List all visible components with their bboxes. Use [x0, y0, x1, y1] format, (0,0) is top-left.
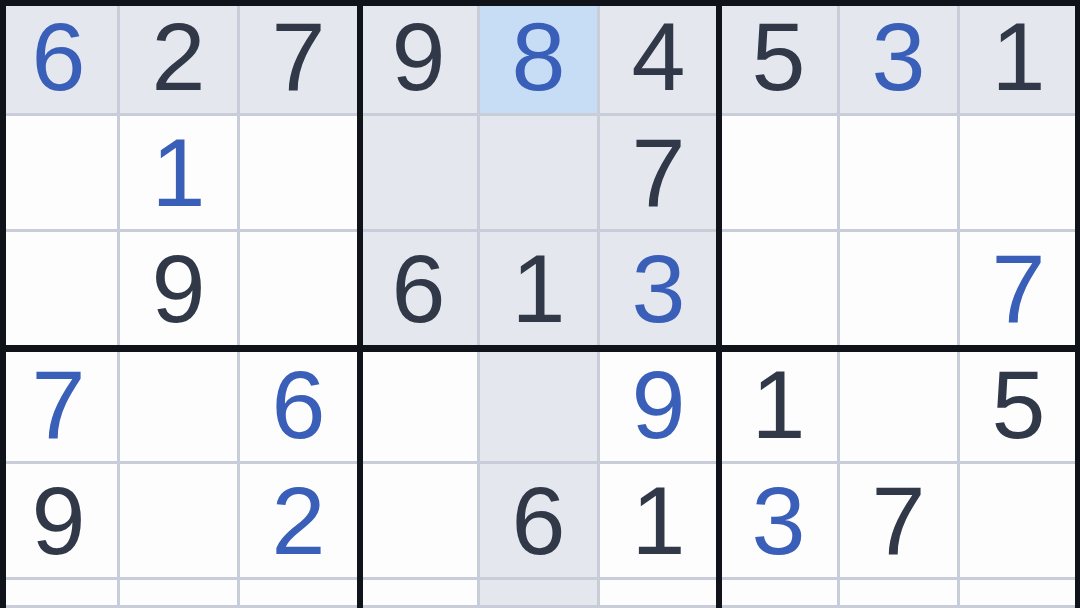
grid-frame-top-border [0, 0, 1080, 6]
cell-r4c4[interactable] [360, 348, 480, 464]
cell-r2c4[interactable] [360, 116, 480, 232]
cell-r5c7[interactable]: 3 [720, 464, 840, 580]
grid-box-divider-horizontal-1 [0, 345, 1080, 352]
cell-r6c9[interactable] [960, 580, 1080, 608]
cell-r3c1[interactable] [0, 232, 120, 348]
cell-r5c5[interactable]: 6 [480, 464, 600, 580]
cell-r5c8[interactable]: 7 [840, 464, 960, 580]
cell-r5c4[interactable] [360, 464, 480, 580]
sudoku-app-viewport: 627984531179613776915926137 [0, 0, 1080, 608]
cell-r1c2[interactable]: 2 [120, 0, 240, 116]
cell-r2c7[interactable] [720, 116, 840, 232]
cell-r2c2[interactable]: 1 [120, 116, 240, 232]
cell-r3c7[interactable] [720, 232, 840, 348]
cell-r6c1[interactable] [0, 580, 120, 608]
cell-r4c7[interactable]: 1 [720, 348, 840, 464]
cell-r2c5[interactable] [480, 116, 600, 232]
cell-r3c3[interactable] [240, 232, 360, 348]
cell-r3c8[interactable] [840, 232, 960, 348]
cell-r6c6[interactable] [600, 580, 720, 608]
cell-r2c8[interactable] [840, 116, 960, 232]
cell-r5c1[interactable]: 9 [0, 464, 120, 580]
cell-r1c5[interactable]: 8 [480, 0, 600, 116]
cell-r4c2[interactable] [120, 348, 240, 464]
cell-r4c9[interactable]: 5 [960, 348, 1080, 464]
cell-r6c3[interactable] [240, 580, 360, 608]
cell-r1c9[interactable]: 1 [960, 0, 1080, 116]
cell-r3c5[interactable]: 1 [480, 232, 600, 348]
cell-r3c2[interactable]: 9 [120, 232, 240, 348]
sudoku-board: 627984531179613776915926137 [0, 0, 1080, 608]
cell-r5c2[interactable] [120, 464, 240, 580]
cell-r1c4[interactable]: 9 [360, 0, 480, 116]
cell-r6c7[interactable] [720, 580, 840, 608]
cell-r4c3[interactable]: 6 [240, 348, 360, 464]
cell-r5c9[interactable] [960, 464, 1080, 580]
cell-r1c3[interactable]: 7 [240, 0, 360, 116]
cell-r4c1[interactable]: 7 [0, 348, 120, 464]
grid-box-divider-vertical-2 [716, 0, 722, 608]
cell-r3c9[interactable]: 7 [960, 232, 1080, 348]
cell-r3c6[interactable]: 3 [600, 232, 720, 348]
cell-r1c6[interactable]: 4 [600, 0, 720, 116]
cell-r6c2[interactable] [120, 580, 240, 608]
cell-r4c5[interactable] [480, 348, 600, 464]
cell-r4c6[interactable]: 9 [600, 348, 720, 464]
cell-r1c8[interactable]: 3 [840, 0, 960, 116]
cell-r2c6[interactable]: 7 [600, 116, 720, 232]
cell-r2c1[interactable] [0, 116, 120, 232]
grid-frame-left-border [0, 0, 6, 608]
cell-r2c9[interactable] [960, 116, 1080, 232]
cell-r6c4[interactable] [360, 580, 480, 608]
cell-r4c8[interactable] [840, 348, 960, 464]
grid-frame-right-border [1075, 0, 1080, 608]
cell-r1c1[interactable]: 6 [0, 0, 120, 116]
grid-box-divider-vertical-1 [357, 0, 363, 608]
cell-r2c3[interactable] [240, 116, 360, 232]
cell-r5c6[interactable]: 1 [600, 464, 720, 580]
cell-r6c8[interactable] [840, 580, 960, 608]
cell-r1c7[interactable]: 5 [720, 0, 840, 116]
cell-r6c5[interactable] [480, 580, 600, 608]
cell-r3c4[interactable]: 6 [360, 232, 480, 348]
cell-r5c3[interactable]: 2 [240, 464, 360, 580]
